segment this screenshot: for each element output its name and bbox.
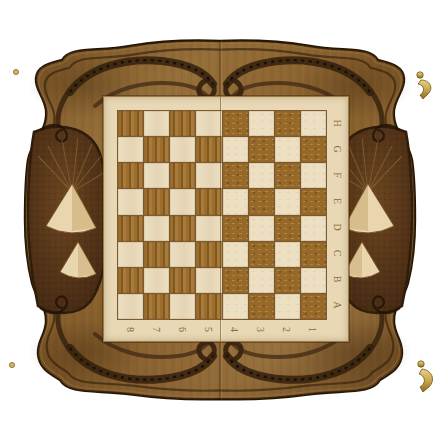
square-h1[interactable] (301, 111, 326, 136)
square-f2[interactable] (275, 163, 300, 188)
file-label-b: B (324, 269, 350, 290)
rank-label-1: 1 (302, 317, 323, 343)
square-c4[interactable] (223, 242, 248, 267)
square-g1[interactable] (301, 137, 326, 162)
file-label-a: A (324, 295, 350, 316)
square-a5[interactable] (196, 294, 221, 319)
square-e5[interactable] (196, 189, 221, 214)
square-h4[interactable] (223, 111, 248, 136)
square-e6[interactable] (170, 189, 195, 214)
rank-label-7: 7 (146, 317, 167, 343)
file-label-d: D (324, 217, 350, 238)
square-e3[interactable] (249, 189, 274, 214)
square-c7[interactable] (144, 242, 169, 267)
file-label-f: F (324, 165, 350, 186)
square-d7[interactable] (144, 216, 169, 241)
hinge-pin-top (13, 69, 18, 74)
square-b8[interactable] (118, 268, 143, 293)
square-e4[interactable] (223, 189, 248, 214)
square-b7[interactable] (144, 268, 169, 293)
square-h5[interactable] (196, 111, 221, 136)
square-c8[interactable] (118, 242, 143, 267)
square-a7[interactable] (144, 294, 169, 319)
square-b3[interactable] (249, 268, 274, 293)
square-g7[interactable] (144, 137, 169, 162)
square-b6[interactable] (170, 268, 195, 293)
rank-label-2: 2 (276, 317, 297, 343)
file-label-g: G (324, 139, 350, 160)
square-g8[interactable] (118, 137, 143, 162)
chessboard: HGFEDCBA 87654321 (103, 96, 349, 342)
square-f6[interactable] (170, 163, 195, 188)
square-b2[interactable] (275, 268, 300, 293)
fold-seam-board (220, 97, 221, 341)
square-g6[interactable] (170, 137, 195, 162)
square-f3[interactable] (249, 163, 274, 188)
board-grid (117, 110, 327, 320)
square-e2[interactable] (275, 189, 300, 214)
square-a6[interactable] (170, 294, 195, 319)
square-a3[interactable] (249, 294, 274, 319)
file-labels: HGFEDCBA (326, 110, 347, 318)
square-d8[interactable] (118, 216, 143, 241)
square-f4[interactable] (223, 163, 248, 188)
square-c1[interactable] (301, 242, 326, 267)
square-a1[interactable] (301, 294, 326, 319)
square-h3[interactable] (249, 111, 274, 136)
square-h7[interactable] (144, 111, 169, 136)
square-c3[interactable] (249, 242, 274, 267)
square-g5[interactable] (196, 137, 221, 162)
rank-label-5: 5 (198, 317, 219, 343)
square-f8[interactable] (118, 163, 143, 188)
square-a2[interactable] (275, 294, 300, 319)
square-e1[interactable] (301, 189, 326, 214)
square-d2[interactable] (275, 216, 300, 241)
square-e8[interactable] (118, 189, 143, 214)
square-d5[interactable] (196, 216, 221, 241)
square-c2[interactable] (275, 242, 300, 267)
square-g4[interactable] (223, 137, 248, 162)
square-f7[interactable] (144, 163, 169, 188)
rank-label-8: 8 (120, 317, 141, 343)
square-a8[interactable] (118, 294, 143, 319)
square-d4[interactable] (223, 216, 248, 241)
rank-labels: 87654321 (117, 319, 325, 340)
photo-canvas: HGFEDCBA 87654321 (0, 0, 440, 440)
rank-label-6: 6 (172, 317, 193, 343)
square-h2[interactable] (275, 111, 300, 136)
brass-clasp-bottom (418, 361, 433, 392)
square-d1[interactable] (301, 216, 326, 241)
square-b1[interactable] (301, 268, 326, 293)
square-f1[interactable] (301, 163, 326, 188)
square-e7[interactable] (144, 189, 169, 214)
square-a4[interactable] (223, 294, 248, 319)
hinge-pin-bottom (9, 362, 14, 367)
brass-clasp-top (417, 72, 431, 99)
file-label-c: C (324, 243, 350, 264)
rank-label-3: 3 (250, 317, 271, 343)
rank-label-4: 4 (224, 317, 245, 343)
file-label-e: E (324, 191, 350, 212)
square-h6[interactable] (170, 111, 195, 136)
square-d6[interactable] (170, 216, 195, 241)
square-h8[interactable] (118, 111, 143, 136)
file-label-h: H (324, 113, 350, 134)
square-d3[interactable] (249, 216, 274, 241)
square-b5[interactable] (196, 268, 221, 293)
square-g3[interactable] (249, 137, 274, 162)
square-c6[interactable] (170, 242, 195, 267)
square-f5[interactable] (196, 163, 221, 188)
square-g2[interactable] (275, 137, 300, 162)
square-b4[interactable] (223, 268, 248, 293)
square-c5[interactable] (196, 242, 221, 267)
